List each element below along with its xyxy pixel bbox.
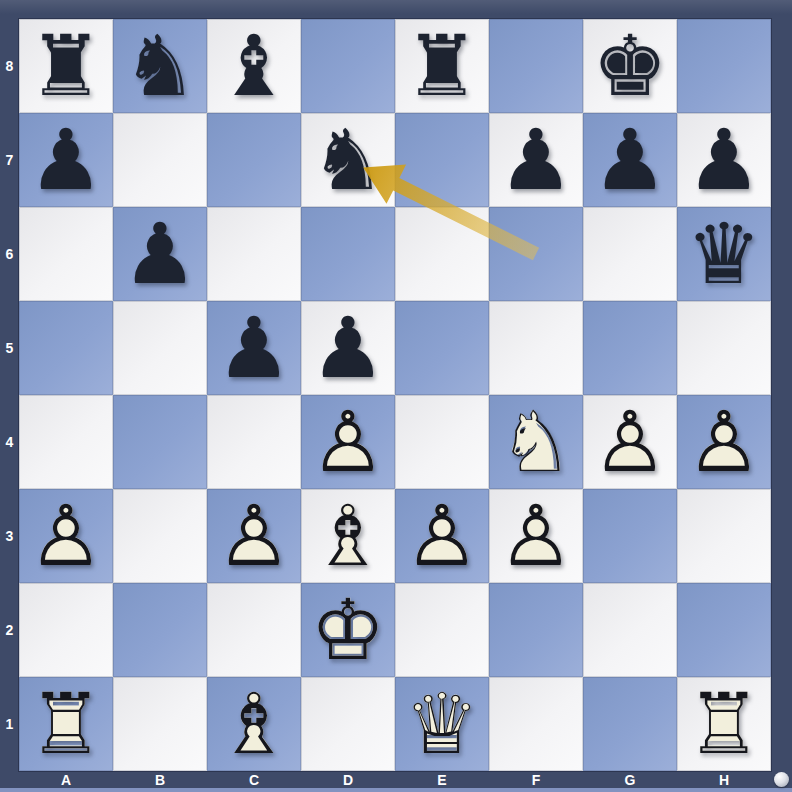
square-b1[interactable] [113,677,207,771]
square-a5[interactable] [19,301,113,395]
square-a8[interactable]: ♜ [19,19,113,113]
black-pawn[interactable]: ♟ [677,113,771,207]
board-frame: 87654321 ♜♞♝♜♚♟♞♟♟♟♟♛♟♟♟♙♞♘♟♙♟♙♟♙♟♙♝♗♟♙♟… [0,0,792,792]
rank-label-7: 7 [0,113,19,207]
square-a6[interactable] [19,207,113,301]
square-c1[interactable]: ♝♗ [207,677,301,771]
file-label-f: F [489,771,583,789]
square-b6[interactable]: ♟ [113,207,207,301]
black-rook[interactable]: ♜ [395,19,489,113]
square-e8[interactable]: ♜ [395,19,489,113]
rank-label-5: 5 [0,301,19,395]
square-g1[interactable] [583,677,677,771]
black-rook[interactable]: ♜ [19,19,113,113]
file-label-b: B [113,771,207,789]
square-e2[interactable] [395,583,489,677]
square-g7[interactable]: ♟ [583,113,677,207]
white-pawn[interactable]: ♟♙ [19,489,113,583]
square-a1[interactable]: ♜♖ [19,677,113,771]
black-queen[interactable]: ♛ [677,207,771,301]
file-label-d: D [301,771,395,789]
frame-bottom-strip [0,788,792,792]
square-e5[interactable] [395,301,489,395]
square-h6[interactable]: ♛ [677,207,771,301]
square-e4[interactable] [395,395,489,489]
square-b2[interactable] [113,583,207,677]
square-c3[interactable]: ♟♙ [207,489,301,583]
square-b8[interactable]: ♞ [113,19,207,113]
square-g5[interactable] [583,301,677,395]
black-pawn[interactable]: ♟ [207,301,301,395]
square-b4[interactable] [113,395,207,489]
white-bishop[interactable]: ♝♗ [207,677,301,771]
square-f8[interactable] [489,19,583,113]
square-d3[interactable]: ♝♗ [301,489,395,583]
white-pawn[interactable]: ♟♙ [583,395,677,489]
side-to-move-indicator-ball [774,772,789,787]
square-h4[interactable]: ♟♙ [677,395,771,489]
square-d6[interactable] [301,207,395,301]
square-f1[interactable] [489,677,583,771]
black-knight[interactable]: ♞ [301,113,395,207]
square-a7[interactable]: ♟ [19,113,113,207]
file-label-e: E [395,771,489,789]
white-knight[interactable]: ♞♘ [489,395,583,489]
file-label-h: H [677,771,771,789]
square-b7[interactable] [113,113,207,207]
black-pawn[interactable]: ♟ [489,113,583,207]
black-bishop[interactable]: ♝ [207,19,301,113]
square-e7[interactable] [395,113,489,207]
rank-label-4: 4 [0,395,19,489]
file-label-c: C [207,771,301,789]
square-e1[interactable]: ♛♕ [395,677,489,771]
square-d7[interactable]: ♞ [301,113,395,207]
rank-label-8: 8 [0,19,19,113]
black-pawn[interactable]: ♟ [19,113,113,207]
square-g6[interactable] [583,207,677,301]
square-a3[interactable]: ♟♙ [19,489,113,583]
square-f5[interactable] [489,301,583,395]
white-pawn[interactable]: ♟♙ [489,489,583,583]
square-d1[interactable] [301,677,395,771]
square-d5[interactable]: ♟ [301,301,395,395]
white-pawn[interactable]: ♟♙ [301,395,395,489]
square-h7[interactable]: ♟ [677,113,771,207]
square-g2[interactable] [583,583,677,677]
square-g4[interactable]: ♟♙ [583,395,677,489]
square-c4[interactable] [207,395,301,489]
chess-board: ♜♞♝♜♚♟♞♟♟♟♟♛♟♟♟♙♞♘♟♙♟♙♟♙♟♙♝♗♟♙♟♙♚♔♜♖♝♗♛♕… [19,19,771,771]
square-h3[interactable] [677,489,771,583]
square-c7[interactable] [207,113,301,207]
rank-label-1: 1 [0,677,19,771]
white-pawn[interactable]: ♟♙ [207,489,301,583]
white-bishop[interactable]: ♝♗ [301,489,395,583]
square-h2[interactable] [677,583,771,677]
square-f7[interactable]: ♟ [489,113,583,207]
white-queen[interactable]: ♛♕ [395,677,489,771]
file-labels: ABCDEFGH [19,771,771,789]
square-g8[interactable]: ♚ [583,19,677,113]
square-b5[interactable] [113,301,207,395]
square-b3[interactable] [113,489,207,583]
white-king[interactable]: ♚♔ [301,583,395,677]
black-pawn[interactable]: ♟ [113,207,207,301]
square-h5[interactable] [677,301,771,395]
square-f3[interactable]: ♟♙ [489,489,583,583]
square-c2[interactable] [207,583,301,677]
square-e3[interactable]: ♟♙ [395,489,489,583]
white-pawn[interactable]: ♟♙ [677,395,771,489]
rank-label-3: 3 [0,489,19,583]
black-king[interactable]: ♚ [583,19,677,113]
square-d2[interactable]: ♚♔ [301,583,395,677]
square-c6[interactable] [207,207,301,301]
white-rook[interactable]: ♜♖ [19,677,113,771]
square-c5[interactable]: ♟ [207,301,301,395]
file-label-g: G [583,771,677,789]
black-knight[interactable]: ♞ [113,19,207,113]
square-f4[interactable]: ♞♘ [489,395,583,489]
rank-labels: 87654321 [0,19,19,771]
white-pawn[interactable]: ♟♙ [395,489,489,583]
square-c8[interactable]: ♝ [207,19,301,113]
square-d8[interactable] [301,19,395,113]
file-label-a: A [19,771,113,789]
square-f2[interactable] [489,583,583,677]
square-a4[interactable] [19,395,113,489]
square-h8[interactable] [677,19,771,113]
square-e6[interactable] [395,207,489,301]
square-g3[interactable] [583,489,677,583]
black-pawn[interactable]: ♟ [583,113,677,207]
rank-label-6: 6 [0,207,19,301]
white-rook[interactable]: ♜♖ [677,677,771,771]
square-f6[interactable] [489,207,583,301]
square-d4[interactable]: ♟♙ [301,395,395,489]
rank-label-2: 2 [0,583,19,677]
square-a2[interactable] [19,583,113,677]
black-pawn[interactable]: ♟ [301,301,395,395]
square-h1[interactable]: ♜♖ [677,677,771,771]
